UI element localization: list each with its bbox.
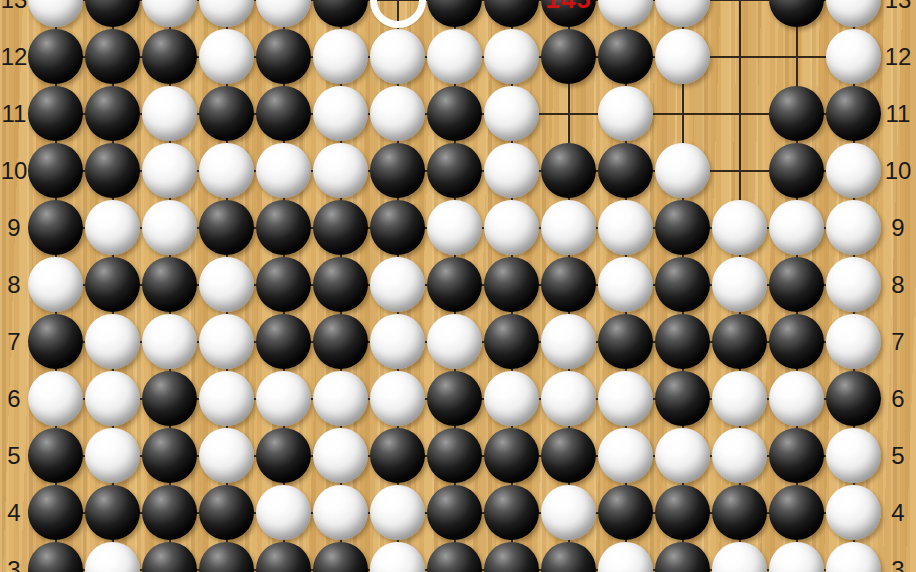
intersection-c9-r5[interactable] bbox=[483, 427, 540, 484]
row-label-5-right: 5 bbox=[884, 444, 912, 468]
intersection-c8-r11[interactable] bbox=[426, 85, 483, 142]
intersection-c8-r10[interactable] bbox=[426, 142, 483, 199]
intersection-c9-r13[interactable] bbox=[483, 0, 540, 28]
black-stone bbox=[28, 542, 83, 572]
intersection-c13-r9[interactable] bbox=[711, 199, 768, 256]
black-stone bbox=[769, 143, 824, 198]
intersection-c7-r8[interactable] bbox=[369, 256, 426, 313]
intersection-c8-r8[interactable] bbox=[426, 256, 483, 313]
intersection-c1-r5[interactable] bbox=[27, 427, 84, 484]
intersection-c1-r12[interactable] bbox=[27, 28, 84, 85]
intersection-c1-r13[interactable] bbox=[27, 0, 84, 28]
intersection-c11-r5[interactable] bbox=[597, 427, 654, 484]
intersection-c5-r6[interactable] bbox=[255, 370, 312, 427]
intersection-c4-r11[interactable] bbox=[198, 85, 255, 142]
intersection-c4-r3[interactable] bbox=[198, 541, 255, 572]
white-stone bbox=[484, 86, 539, 141]
intersection-c14-r10[interactable] bbox=[768, 142, 825, 199]
white-stone bbox=[142, 0, 197, 27]
intersection-c11-r10[interactable] bbox=[597, 142, 654, 199]
intersection-c12-r10[interactable] bbox=[654, 142, 711, 199]
intersection-c4-r10[interactable] bbox=[198, 142, 255, 199]
white-stone bbox=[370, 485, 425, 540]
intersection-c5-r9[interactable] bbox=[255, 199, 312, 256]
intersection-c11-r11[interactable] bbox=[597, 85, 654, 142]
intersection-c13-r10[interactable] bbox=[711, 142, 768, 199]
white-stone bbox=[313, 371, 368, 426]
white-stone bbox=[313, 143, 368, 198]
white-stone bbox=[85, 428, 140, 483]
black-stone bbox=[427, 143, 482, 198]
black-stone bbox=[769, 0, 824, 27]
intersection-c5-r10[interactable] bbox=[255, 142, 312, 199]
intersection-c1-r8[interactable] bbox=[27, 256, 84, 313]
intersection-c10-r13[interactable]: 145 bbox=[540, 0, 597, 28]
intersection-c9-r8[interactable] bbox=[483, 256, 540, 313]
white-stone bbox=[199, 428, 254, 483]
black-stone bbox=[427, 485, 482, 540]
intersection-c2-r10[interactable] bbox=[84, 142, 141, 199]
intersection-c14-r6[interactable] bbox=[768, 370, 825, 427]
white-stone bbox=[598, 371, 653, 426]
intersection-c1-r3[interactable] bbox=[27, 541, 84, 572]
intersection-c6-r6[interactable] bbox=[312, 370, 369, 427]
intersection-c12-r4[interactable] bbox=[654, 484, 711, 541]
intersection-c11-r4[interactable] bbox=[597, 484, 654, 541]
black-stone bbox=[712, 485, 767, 540]
intersection-c5-r3[interactable] bbox=[255, 541, 312, 572]
intersection-c10-r7[interactable] bbox=[540, 313, 597, 370]
row-label-11-right: 11 bbox=[884, 102, 912, 126]
intersection-c11-r13[interactable] bbox=[597, 0, 654, 28]
white-stone bbox=[427, 29, 482, 84]
black-stone bbox=[484, 257, 539, 312]
intersection-c5-r7[interactable] bbox=[255, 313, 312, 370]
white-stone bbox=[142, 200, 197, 255]
intersection-c13-r5[interactable] bbox=[711, 427, 768, 484]
intersection-c13-r11[interactable] bbox=[711, 85, 768, 142]
white-stone bbox=[142, 314, 197, 369]
intersection-c3-r11[interactable] bbox=[141, 85, 198, 142]
intersection-c15-r5[interactable] bbox=[825, 427, 882, 484]
row-label-6-left: 6 bbox=[0, 387, 28, 411]
black-stone bbox=[826, 371, 881, 426]
black-stone bbox=[28, 428, 83, 483]
white-stone bbox=[769, 200, 824, 255]
intersection-c11-r3[interactable] bbox=[597, 541, 654, 572]
black-stone bbox=[484, 0, 539, 27]
white-stone bbox=[199, 29, 254, 84]
intersection-c2-r13[interactable] bbox=[84, 0, 141, 28]
intersection-c8-r9[interactable] bbox=[426, 199, 483, 256]
intersection-c3-r13[interactable] bbox=[141, 0, 198, 28]
white-stone bbox=[256, 143, 311, 198]
intersection-c3-r8[interactable] bbox=[141, 256, 198, 313]
intersection-c10-r8[interactable] bbox=[540, 256, 597, 313]
black-stone bbox=[142, 371, 197, 426]
black-stone bbox=[769, 428, 824, 483]
white-stone bbox=[826, 200, 881, 255]
intersection-c2-r8[interactable] bbox=[84, 256, 141, 313]
intersection-c7-r7[interactable] bbox=[369, 313, 426, 370]
intersection-c3-r5[interactable] bbox=[141, 427, 198, 484]
intersection-c14-r12[interactable] bbox=[768, 28, 825, 85]
intersection-c9-r11[interactable] bbox=[483, 85, 540, 142]
intersection-c5-r12[interactable] bbox=[255, 28, 312, 85]
white-stone bbox=[199, 0, 254, 27]
intersection-c8-r3[interactable] bbox=[426, 541, 483, 572]
white-stone bbox=[427, 200, 482, 255]
intersection-c9-r10[interactable] bbox=[483, 142, 540, 199]
row-label-10-left: 10 bbox=[0, 159, 28, 183]
intersection-c2-r12[interactable] bbox=[84, 28, 141, 85]
intersection-c14-r9[interactable] bbox=[768, 199, 825, 256]
intersection-c1-r11[interactable] bbox=[27, 85, 84, 142]
black-stone bbox=[769, 314, 824, 369]
black-stone bbox=[28, 29, 83, 84]
white-stone bbox=[256, 0, 311, 27]
intersection-c12-r3[interactable] bbox=[654, 541, 711, 572]
row-label-10-right: 10 bbox=[884, 159, 912, 183]
white-stone bbox=[712, 257, 767, 312]
intersection-c12-r6[interactable] bbox=[654, 370, 711, 427]
black-stone bbox=[28, 485, 83, 540]
white-stone bbox=[598, 86, 653, 141]
intersection-c7-r5[interactable] bbox=[369, 427, 426, 484]
white-stone bbox=[826, 542, 881, 572]
row-label-11-left: 11 bbox=[0, 102, 28, 126]
intersection-c13-r4[interactable] bbox=[711, 484, 768, 541]
intersection-c1-r9[interactable] bbox=[27, 199, 84, 256]
intersection-c7-r9[interactable] bbox=[369, 199, 426, 256]
intersection-c5-r13[interactable] bbox=[255, 0, 312, 28]
intersection-c8-r13[interactable] bbox=[426, 0, 483, 28]
intersection-c4-r13[interactable] bbox=[198, 0, 255, 28]
intersection-c10-r12[interactable] bbox=[540, 28, 597, 85]
black-stone bbox=[256, 86, 311, 141]
intersection-c6-r9[interactable] bbox=[312, 199, 369, 256]
white-stone bbox=[427, 314, 482, 369]
intersection-c13-r7[interactable] bbox=[711, 313, 768, 370]
white-stone bbox=[712, 542, 767, 572]
intersection-c9-r12[interactable] bbox=[483, 28, 540, 85]
white-stone bbox=[598, 200, 653, 255]
intersection-c4-r12[interactable] bbox=[198, 28, 255, 85]
intersection-c4-r9[interactable] bbox=[198, 199, 255, 256]
intersection-c15-r12[interactable] bbox=[825, 28, 882, 85]
intersection-c4-r7[interactable] bbox=[198, 313, 255, 370]
intersection-c1-r4[interactable] bbox=[27, 484, 84, 541]
black-stone bbox=[484, 428, 539, 483]
black-stone bbox=[484, 542, 539, 572]
black-stone bbox=[655, 371, 710, 426]
intersection-c1-r6[interactable] bbox=[27, 370, 84, 427]
intersection-c8-r12[interactable] bbox=[426, 28, 483, 85]
intersection-c7-r12[interactable] bbox=[369, 28, 426, 85]
intersection-c14-r13[interactable] bbox=[768, 0, 825, 28]
black-stone bbox=[85, 143, 140, 198]
intersection-c1-r7[interactable] bbox=[27, 313, 84, 370]
black-stone bbox=[769, 257, 824, 312]
white-stone bbox=[142, 86, 197, 141]
intersection-c11-r7[interactable] bbox=[597, 313, 654, 370]
black-stone bbox=[313, 200, 368, 255]
black-stone bbox=[370, 143, 425, 198]
intersection-c3-r9[interactable] bbox=[141, 199, 198, 256]
intersection-c5-r4[interactable] bbox=[255, 484, 312, 541]
intersection-c14-r7[interactable] bbox=[768, 313, 825, 370]
intersection-c2-r9[interactable] bbox=[84, 199, 141, 256]
intersection-c6-r5[interactable] bbox=[312, 427, 369, 484]
intersection-c7-r3[interactable] bbox=[369, 541, 426, 572]
intersection-c6-r10[interactable] bbox=[312, 142, 369, 199]
row-label-8-left: 8 bbox=[0, 273, 28, 297]
intersection-c4-r6[interactable] bbox=[198, 370, 255, 427]
white-stone bbox=[826, 428, 881, 483]
intersection-c12-r13[interactable] bbox=[654, 0, 711, 28]
intersection-c7-r13[interactable] bbox=[369, 0, 426, 28]
black-stone bbox=[142, 485, 197, 540]
intersection-c15-r10[interactable] bbox=[825, 142, 882, 199]
row-label-12-right: 12 bbox=[884, 45, 912, 69]
intersection-c9-r6[interactable] bbox=[483, 370, 540, 427]
intersection-c11-r8[interactable] bbox=[597, 256, 654, 313]
intersection-c15-r4[interactable] bbox=[825, 484, 882, 541]
intersection-c2-r3[interactable] bbox=[84, 541, 141, 572]
intersection-c1-r10[interactable] bbox=[27, 142, 84, 199]
intersection-c4-r4[interactable] bbox=[198, 484, 255, 541]
intersection-c14-r11[interactable] bbox=[768, 85, 825, 142]
intersection-c14-r4[interactable] bbox=[768, 484, 825, 541]
white-stone bbox=[85, 314, 140, 369]
white-stone bbox=[769, 371, 824, 426]
black-stone bbox=[199, 200, 254, 255]
intersection-c7-r6[interactable] bbox=[369, 370, 426, 427]
black-stone bbox=[655, 485, 710, 540]
intersection-c12-r7[interactable] bbox=[654, 313, 711, 370]
intersection-c10-r5[interactable] bbox=[540, 427, 597, 484]
intersection-c3-r6[interactable] bbox=[141, 370, 198, 427]
row-label-4-right: 4 bbox=[884, 501, 912, 525]
intersection-c5-r5[interactable] bbox=[255, 427, 312, 484]
black-stone bbox=[199, 86, 254, 141]
black-stone bbox=[313, 314, 368, 369]
intersection-c2-r11[interactable] bbox=[84, 85, 141, 142]
white-stone bbox=[85, 371, 140, 426]
intersection-c10-r3[interactable] bbox=[540, 541, 597, 572]
intersection-c8-r6[interactable] bbox=[426, 370, 483, 427]
white-stone bbox=[484, 200, 539, 255]
black-stone bbox=[85, 0, 140, 27]
black-stone bbox=[199, 542, 254, 572]
intersection-c15-r13[interactable] bbox=[825, 0, 882, 28]
white-stone bbox=[484, 371, 539, 426]
row-label-9-right: 9 bbox=[884, 216, 912, 240]
intersection-c4-r8[interactable] bbox=[198, 256, 255, 313]
intersection-c15-r8[interactable] bbox=[825, 256, 882, 313]
intersection-c8-r5[interactable] bbox=[426, 427, 483, 484]
white-stone bbox=[541, 485, 596, 540]
black-stone bbox=[655, 200, 710, 255]
intersection-c13-r12[interactable] bbox=[711, 28, 768, 85]
intersection-c2-r7[interactable] bbox=[84, 313, 141, 370]
white-stone bbox=[826, 257, 881, 312]
row-label-9-left: 9 bbox=[0, 216, 28, 240]
white-stone bbox=[826, 314, 881, 369]
intersection-c5-r8[interactable] bbox=[255, 256, 312, 313]
white-stone bbox=[655, 0, 710, 27]
intersection-c15-r9[interactable] bbox=[825, 199, 882, 256]
intersection-c12-r5[interactable] bbox=[654, 427, 711, 484]
intersection-c4-r5[interactable] bbox=[198, 427, 255, 484]
black-stone bbox=[427, 371, 482, 426]
black-stone bbox=[142, 542, 197, 572]
intersection-c3-r7[interactable] bbox=[141, 313, 198, 370]
intersection-c6-r8[interactable] bbox=[312, 256, 369, 313]
row-label-6-right: 6 bbox=[884, 387, 912, 411]
white-stone bbox=[370, 86, 425, 141]
intersection-c15-r7[interactable] bbox=[825, 313, 882, 370]
black-stone bbox=[313, 0, 368, 27]
white-stone bbox=[370, 314, 425, 369]
go-app-screen: 145 131312121111101099887766554433 bbox=[0, 0, 916, 572]
black-stone bbox=[313, 257, 368, 312]
black-stone bbox=[655, 314, 710, 369]
intersection-c10-r11[interactable] bbox=[540, 85, 597, 142]
intersection-c11-r9[interactable] bbox=[597, 199, 654, 256]
intersection-c3-r3[interactable] bbox=[141, 541, 198, 572]
white-stone bbox=[598, 257, 653, 312]
white-stone bbox=[28, 0, 83, 27]
black-stone bbox=[598, 485, 653, 540]
intersection-c6-r7[interactable] bbox=[312, 313, 369, 370]
intersection-c2-r6[interactable] bbox=[84, 370, 141, 427]
white-stone bbox=[313, 428, 368, 483]
intersection-c8-r7[interactable] bbox=[426, 313, 483, 370]
black-stone bbox=[256, 542, 311, 572]
white-stone bbox=[655, 428, 710, 483]
black-stone bbox=[598, 314, 653, 369]
intersection-c7-r4[interactable] bbox=[369, 484, 426, 541]
white-stone bbox=[199, 143, 254, 198]
black-stone bbox=[370, 200, 425, 255]
last-capture-ring-marker bbox=[370, 0, 426, 28]
intersection-c9-r4[interactable] bbox=[483, 484, 540, 541]
black-stone bbox=[769, 485, 824, 540]
intersection-c10-r6[interactable] bbox=[540, 370, 597, 427]
white-stone bbox=[826, 143, 881, 198]
intersection-c13-r6[interactable] bbox=[711, 370, 768, 427]
black-stone bbox=[256, 29, 311, 84]
intersection-c2-r5[interactable] bbox=[84, 427, 141, 484]
white-stone bbox=[313, 485, 368, 540]
white-stone bbox=[541, 200, 596, 255]
intersection-c5-r11[interactable] bbox=[255, 85, 312, 142]
black-stone bbox=[199, 485, 254, 540]
black-stone bbox=[598, 29, 653, 84]
black-stone bbox=[541, 542, 596, 572]
black-stone bbox=[85, 485, 140, 540]
white-stone bbox=[28, 371, 83, 426]
black-stone bbox=[541, 143, 596, 198]
row-label-8-right: 8 bbox=[884, 273, 912, 297]
intersection-c13-r3[interactable] bbox=[711, 541, 768, 572]
intersection-c12-r11[interactable] bbox=[654, 85, 711, 142]
intersection-c8-r4[interactable] bbox=[426, 484, 483, 541]
intersection-c12-r9[interactable] bbox=[654, 199, 711, 256]
intersection-c3-r10[interactable] bbox=[141, 142, 198, 199]
intersection-c15-r3[interactable] bbox=[825, 541, 882, 572]
intersection-c3-r4[interactable] bbox=[141, 484, 198, 541]
intersection-c9-r9[interactable] bbox=[483, 199, 540, 256]
intersection-c12-r8[interactable] bbox=[654, 256, 711, 313]
black-stone bbox=[484, 314, 539, 369]
intersection-c14-r5[interactable] bbox=[768, 427, 825, 484]
row-label-3-right: 3 bbox=[884, 558, 912, 572]
black-stone bbox=[427, 0, 482, 27]
black-stone bbox=[28, 200, 83, 255]
intersection-c9-r3[interactable] bbox=[483, 541, 540, 572]
intersection-c14-r3[interactable] bbox=[768, 541, 825, 572]
intersection-c13-r8[interactable] bbox=[711, 256, 768, 313]
black-stone bbox=[427, 428, 482, 483]
intersection-c7-r11[interactable] bbox=[369, 85, 426, 142]
intersection-c3-r12[interactable] bbox=[141, 28, 198, 85]
intersection-c14-r8[interactable] bbox=[768, 256, 825, 313]
intersection-c9-r7[interactable] bbox=[483, 313, 540, 370]
intersection-c15-r6[interactable] bbox=[825, 370, 882, 427]
intersection-c6-r11[interactable] bbox=[312, 85, 369, 142]
white-stone bbox=[484, 29, 539, 84]
white-stone bbox=[199, 314, 254, 369]
intersection-c12-r12[interactable] bbox=[654, 28, 711, 85]
intersection-c6-r12[interactable] bbox=[312, 28, 369, 85]
white-stone bbox=[655, 29, 710, 84]
intersection-c2-r4[interactable] bbox=[84, 484, 141, 541]
black-stone bbox=[370, 428, 425, 483]
black-stone bbox=[313, 542, 368, 572]
intersection-c6-r13[interactable] bbox=[312, 0, 369, 28]
white-stone bbox=[484, 143, 539, 198]
black-stone bbox=[769, 86, 824, 141]
intersection-c13-r13[interactable] bbox=[711, 0, 768, 28]
intersection-c10-r4[interactable] bbox=[540, 484, 597, 541]
intersection-c6-r4[interactable] bbox=[312, 484, 369, 541]
black-stone bbox=[256, 428, 311, 483]
white-stone bbox=[85, 200, 140, 255]
white-stone bbox=[28, 257, 83, 312]
white-stone bbox=[598, 428, 653, 483]
black-stone bbox=[655, 257, 710, 312]
white-stone bbox=[313, 86, 368, 141]
go-board: 145 bbox=[27, 0, 882, 572]
intersection-c11-r12[interactable] bbox=[597, 28, 654, 85]
intersection-c6-r3[interactable] bbox=[312, 541, 369, 572]
white-stone bbox=[370, 29, 425, 84]
intersection-c11-r6[interactable] bbox=[597, 370, 654, 427]
black-stone bbox=[142, 257, 197, 312]
intersection-c15-r11[interactable] bbox=[825, 85, 882, 142]
black-stone bbox=[826, 86, 881, 141]
black-stone bbox=[598, 143, 653, 198]
black-stone bbox=[427, 542, 482, 572]
white-stone bbox=[598, 542, 653, 572]
intersection-c7-r10[interactable] bbox=[369, 142, 426, 199]
black-stone bbox=[85, 86, 140, 141]
intersection-c10-r9[interactable] bbox=[540, 199, 597, 256]
black-stone bbox=[142, 428, 197, 483]
intersection-c10-r10[interactable] bbox=[540, 142, 597, 199]
